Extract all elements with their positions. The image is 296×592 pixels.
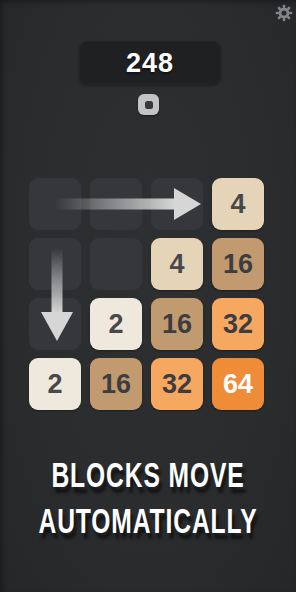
tile-4: 4 [151, 238, 203, 290]
empty-cell [29, 238, 81, 290]
tile-16: 16 [212, 238, 264, 290]
game-screen: 248 4416216322163264 BLOCKS [0, 0, 296, 592]
empty-cell [90, 238, 142, 290]
tile-32: 32 [212, 298, 264, 350]
score-box: 248 [79, 41, 221, 85]
gear-icon [275, 4, 293, 22]
tile-2: 2 [29, 358, 81, 410]
caption-line-2: AUTOMATICALLY [18, 502, 278, 541]
board: 4416216322163264 [29, 178, 264, 410]
tile-2: 2 [90, 298, 142, 350]
empty-cell [29, 298, 81, 350]
empty-cell [29, 178, 81, 230]
caption-line-1: BLOCKS MOVE [18, 456, 278, 495]
tile-32: 32 [151, 358, 203, 410]
tile-16: 16 [90, 358, 142, 410]
empty-cell [90, 178, 142, 230]
tile-16: 16 [151, 298, 203, 350]
score-value: 248 [126, 48, 174, 79]
settings-button[interactable] [275, 4, 293, 22]
empty-cell [151, 178, 203, 230]
block-icon [145, 101, 153, 109]
tile-4: 4 [212, 178, 264, 230]
tile-64: 64 [212, 358, 264, 410]
block-indicator [138, 94, 159, 115]
